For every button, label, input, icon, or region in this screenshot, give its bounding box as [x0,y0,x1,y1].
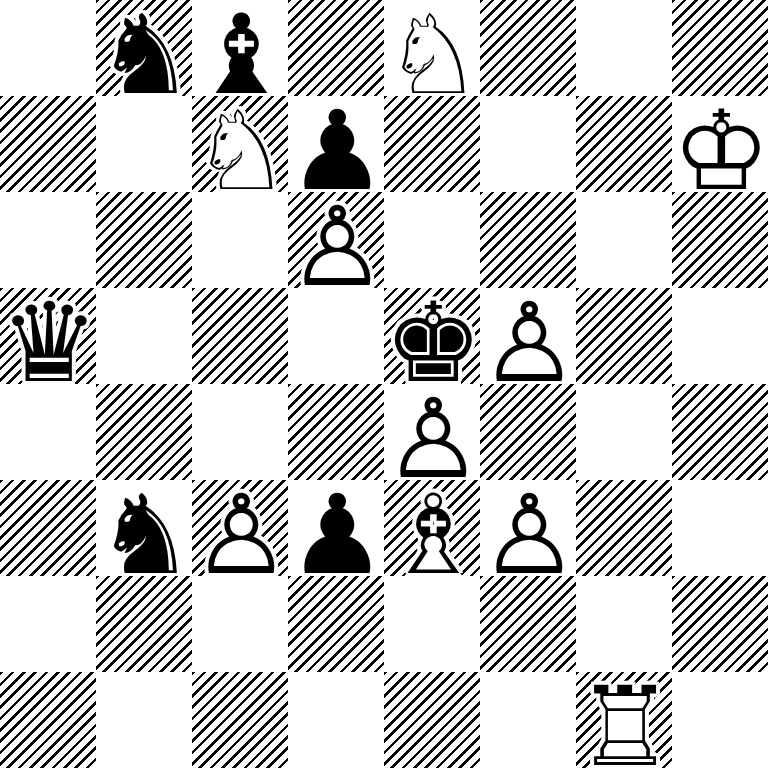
piece-black-pawn[interactable]: ♟♟ [288,480,384,576]
square-h6[interactable] [672,192,768,288]
square-b3[interactable]: ♞♞ [96,480,192,576]
white-pawn-icon: ♙ [288,192,387,302]
square-c4[interactable] [192,384,288,480]
square-f3[interactable]: ♟♙ [480,480,576,576]
square-d5[interactable] [288,288,384,384]
piece-white-pawn[interactable]: ♟♙ [288,192,384,288]
square-d7[interactable]: ♟♟ [288,96,384,192]
square-h5[interactable] [672,288,768,384]
square-e6[interactable] [384,192,480,288]
square-d2[interactable] [288,576,384,672]
square-b7[interactable] [96,96,192,192]
piece-white-pawn[interactable]: ♟♙ [192,480,288,576]
black-queen-icon: ♛ [0,288,99,398]
chess-board: ♞♞♝♝♞♘♞♘♟♟♚♔♟♙♛♛♚♚♟♙♟♙♞♞♟♙♟♟♝♗♟♙♜♖ [0,0,768,768]
square-c7[interactable]: ♞♘ [192,96,288,192]
white-knight-icon: ♘ [192,96,291,206]
black-pawn-icon: ♟ [288,480,387,590]
square-d1[interactable] [288,672,384,768]
piece-white-pawn[interactable]: ♟♙ [384,384,480,480]
square-c5[interactable] [192,288,288,384]
square-e1[interactable] [384,672,480,768]
square-a7[interactable] [0,96,96,192]
square-f6[interactable] [480,192,576,288]
square-g4[interactable] [576,384,672,480]
square-h2[interactable] [672,576,768,672]
square-e7[interactable] [384,96,480,192]
piece-white-pawn[interactable]: ♟♙ [480,480,576,576]
square-e2[interactable] [384,576,480,672]
square-e4[interactable]: ♟♙ [384,384,480,480]
square-b8[interactable]: ♞♞ [96,0,192,96]
white-pawn-icon: ♙ [192,480,291,590]
piece-white-king[interactable]: ♚♔ [672,96,768,192]
square-a6[interactable] [0,192,96,288]
square-g2[interactable] [576,576,672,672]
square-e3[interactable]: ♝♗ [384,480,480,576]
square-d8[interactable] [288,0,384,96]
piece-white-knight[interactable]: ♞♘ [384,0,480,96]
square-d6[interactable]: ♟♙ [288,192,384,288]
square-a8[interactable] [0,0,96,96]
square-b6[interactable] [96,192,192,288]
square-a3[interactable] [0,480,96,576]
piece-white-bishop[interactable]: ♝♗ [384,480,480,576]
white-king-icon: ♔ [672,96,768,206]
piece-black-bishop[interactable]: ♝♝ [192,0,288,96]
square-g5[interactable] [576,288,672,384]
square-h7[interactable]: ♚♔ [672,96,768,192]
square-c6[interactable] [192,192,288,288]
square-g8[interactable] [576,0,672,96]
square-d4[interactable] [288,384,384,480]
square-b2[interactable] [96,576,192,672]
square-a2[interactable] [0,576,96,672]
square-f1[interactable] [480,672,576,768]
square-f8[interactable] [480,0,576,96]
square-g1[interactable]: ♜♖ [576,672,672,768]
square-f4[interactable] [480,384,576,480]
white-rook-icon: ♖ [576,672,675,768]
piece-white-rook[interactable]: ♜♖ [576,672,672,768]
square-a4[interactable] [0,384,96,480]
square-f2[interactable] [480,576,576,672]
square-c2[interactable] [192,576,288,672]
piece-black-queen[interactable]: ♛♛ [0,288,96,384]
piece-black-pawn[interactable]: ♟♟ [288,96,384,192]
square-h3[interactable] [672,480,768,576]
square-g6[interactable] [576,192,672,288]
square-b1[interactable] [96,672,192,768]
square-g7[interactable] [576,96,672,192]
square-b5[interactable] [96,288,192,384]
square-g3[interactable] [576,480,672,576]
black-knight-icon: ♞ [96,0,195,110]
square-c1[interactable] [192,672,288,768]
square-h4[interactable] [672,384,768,480]
black-knight-icon: ♞ [96,480,195,590]
white-bishop-icon: ♗ [384,480,483,590]
square-c3[interactable]: ♟♙ [192,480,288,576]
square-e8[interactable]: ♞♘ [384,0,480,96]
piece-black-king[interactable]: ♚♚ [384,288,480,384]
square-d3[interactable]: ♟♟ [288,480,384,576]
white-pawn-icon: ♙ [480,288,579,398]
square-h8[interactable] [672,0,768,96]
white-knight-icon: ♘ [384,0,483,110]
square-a5[interactable]: ♛♛ [0,288,96,384]
square-c8[interactable]: ♝♝ [192,0,288,96]
piece-black-knight[interactable]: ♞♞ [96,0,192,96]
square-a1[interactable] [0,672,96,768]
piece-white-pawn[interactable]: ♟♙ [480,288,576,384]
piece-white-knight[interactable]: ♞♘ [192,96,288,192]
square-b4[interactable] [96,384,192,480]
square-f5[interactable]: ♟♙ [480,288,576,384]
square-f7[interactable] [480,96,576,192]
square-e5[interactable]: ♚♚ [384,288,480,384]
piece-black-knight[interactable]: ♞♞ [96,480,192,576]
square-h1[interactable] [672,672,768,768]
white-pawn-icon: ♙ [480,480,579,590]
